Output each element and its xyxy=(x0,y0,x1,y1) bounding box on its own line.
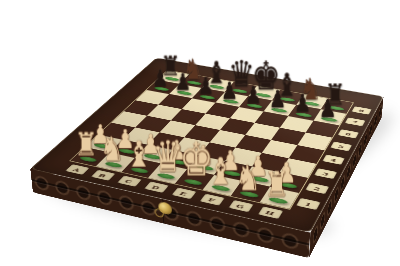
brass-clasp xyxy=(154,200,173,219)
felt-base xyxy=(168,158,188,165)
black-bishop: ♝ xyxy=(275,69,296,100)
felt-base xyxy=(129,167,149,174)
file-label-f: F xyxy=(199,194,224,206)
felt-base xyxy=(249,175,269,183)
felt-base xyxy=(210,184,231,192)
felt-base xyxy=(221,170,241,177)
square-e8: ♚ xyxy=(248,86,280,101)
black-rook: ♜ xyxy=(324,80,345,109)
chess-set-photo: ♜♞♝♛♚♝♞♜♟♟♟♟♟♟♟♟♟♟♟♟♟♟♟♟♜♞♝♛♚♝♞♜ ABCDEFG… xyxy=(0,0,400,266)
rank-label-2: 2 xyxy=(305,183,329,194)
felt-base xyxy=(155,172,175,179)
file-label-c: C xyxy=(117,176,141,187)
felt-base xyxy=(92,143,111,150)
file-label-d: D xyxy=(144,181,168,192)
felt-base xyxy=(320,116,338,122)
rank-label-3: 3 xyxy=(314,168,337,179)
felt-base xyxy=(142,153,161,160)
felt-base xyxy=(267,196,288,204)
black-queen: ♛ xyxy=(228,56,248,92)
felt-base xyxy=(222,99,239,104)
black-rook: ♜ xyxy=(161,53,181,80)
felt-base xyxy=(117,148,136,155)
felt-base xyxy=(78,156,97,163)
felt-base xyxy=(175,90,192,95)
rank-label-8: 8 xyxy=(352,106,372,114)
felt-base xyxy=(238,190,259,198)
file-label-h: H xyxy=(258,206,283,218)
chess-board-box: ♜♞♝♛♚♝♞♜♟♟♟♟♟♟♟♟♟♟♟♟♟♟♟♟♜♞♝♛♚♝♞♜ ABCDEFG… xyxy=(30,58,383,233)
rank-label-5: 5 xyxy=(330,142,352,152)
felt-base xyxy=(194,164,214,171)
rank-label-7: 7 xyxy=(345,117,365,126)
rank-label-4: 4 xyxy=(322,155,344,165)
felt-base xyxy=(182,178,202,186)
file-label-e: E xyxy=(171,187,196,199)
file-label-b: B xyxy=(91,170,115,181)
black-knight: ♞ xyxy=(183,56,203,84)
file-label-g: G xyxy=(228,200,253,212)
rank-label-6: 6 xyxy=(338,129,359,138)
black-bishop: ♝ xyxy=(205,58,225,88)
felt-base xyxy=(277,181,297,189)
felt-base xyxy=(327,105,345,111)
black-knight: ♞ xyxy=(300,75,321,104)
rank-label-1: 1 xyxy=(296,198,320,210)
black-king: ♚ xyxy=(252,57,273,96)
felt-base xyxy=(103,161,123,168)
file-label-a: A xyxy=(65,164,89,175)
